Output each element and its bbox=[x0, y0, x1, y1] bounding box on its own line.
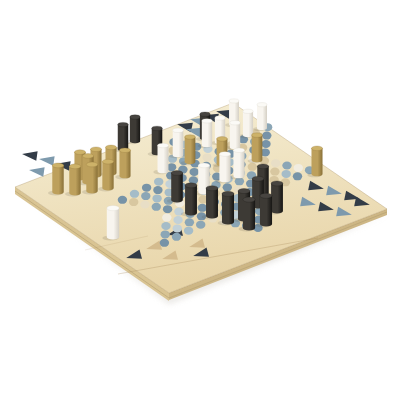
peg-body bbox=[219, 154, 230, 182]
peg-body bbox=[158, 145, 169, 173]
peg-body bbox=[130, 117, 140, 143]
board-hole bbox=[261, 140, 270, 148]
peg-top bbox=[219, 152, 230, 157]
board-hole bbox=[129, 198, 138, 206]
peg-top bbox=[257, 103, 267, 107]
peg-top bbox=[229, 99, 239, 103]
board-hole bbox=[172, 233, 181, 241]
board-hole bbox=[196, 221, 205, 229]
peg-top bbox=[118, 122, 128, 126]
board-hole bbox=[118, 196, 127, 204]
peg-top bbox=[252, 176, 264, 181]
peg-body bbox=[206, 188, 218, 218]
peg-top bbox=[152, 126, 163, 130]
board-hole bbox=[154, 178, 163, 186]
board-hole bbox=[223, 183, 232, 191]
chinese-checkers-board bbox=[0, 0, 400, 400]
peg-top bbox=[271, 181, 283, 186]
peg-body bbox=[185, 137, 196, 164]
peg-top bbox=[69, 164, 80, 169]
peg-top bbox=[82, 154, 93, 159]
peg-body bbox=[257, 105, 267, 130]
board-hole bbox=[161, 222, 170, 230]
peg-top bbox=[233, 148, 244, 153]
peg-top bbox=[257, 164, 268, 169]
peg-top bbox=[198, 163, 209, 168]
peg-top bbox=[252, 133, 263, 138]
board-hole bbox=[270, 168, 279, 176]
peg-body bbox=[86, 164, 97, 193]
board-hole bbox=[271, 159, 280, 167]
peg-body bbox=[202, 121, 212, 147]
peg-body bbox=[271, 183, 283, 213]
board-hole bbox=[294, 164, 303, 172]
triangle-decoration bbox=[38, 154, 54, 166]
peg-top bbox=[107, 205, 119, 210]
peg-body bbox=[243, 200, 255, 231]
board-hole bbox=[142, 184, 151, 192]
board-hole bbox=[282, 170, 291, 178]
peg-body bbox=[118, 125, 128, 152]
board-hole bbox=[141, 192, 150, 200]
peg-top bbox=[243, 109, 253, 113]
board-hole bbox=[161, 230, 170, 238]
peg-body bbox=[233, 150, 244, 178]
triangle-decoration bbox=[28, 165, 44, 177]
peg-top bbox=[260, 193, 272, 198]
peg-top bbox=[185, 135, 196, 140]
peg-top bbox=[215, 116, 225, 120]
peg-top bbox=[200, 112, 210, 116]
peg-body bbox=[119, 150, 130, 178]
peg-top bbox=[130, 115, 140, 119]
peg-body bbox=[243, 111, 253, 137]
triangle-decoration bbox=[21, 149, 37, 161]
peg-body bbox=[185, 185, 197, 215]
board-hole bbox=[262, 132, 271, 140]
board-hole bbox=[163, 205, 172, 213]
board-hole bbox=[152, 203, 161, 211]
board-hole bbox=[160, 239, 169, 247]
peg-body bbox=[311, 148, 322, 176]
peg-top bbox=[173, 128, 184, 132]
peg-top bbox=[206, 186, 218, 191]
peg-top bbox=[119, 148, 130, 153]
board-hole bbox=[293, 172, 302, 180]
peg-top bbox=[311, 146, 322, 151]
peg-top bbox=[52, 163, 63, 168]
board-hole bbox=[130, 190, 139, 198]
peg-top bbox=[243, 197, 255, 202]
board-hole bbox=[162, 214, 171, 222]
peg-top bbox=[222, 191, 234, 196]
peg-body bbox=[260, 196, 272, 227]
peg-top bbox=[171, 171, 183, 176]
peg-top bbox=[102, 159, 113, 164]
product-photo-scene bbox=[0, 0, 400, 400]
board-hole bbox=[140, 201, 149, 209]
peg-body bbox=[171, 173, 183, 202]
board-hole bbox=[153, 186, 162, 194]
peg-top bbox=[217, 137, 228, 142]
board-hole bbox=[282, 162, 291, 170]
board-hole bbox=[248, 163, 257, 171]
board-hole bbox=[185, 218, 194, 226]
peg-body bbox=[102, 162, 113, 191]
board-hole bbox=[198, 204, 207, 212]
peg-top bbox=[230, 121, 240, 125]
board-hole bbox=[152, 194, 161, 202]
board-hole bbox=[184, 227, 193, 235]
peg-body bbox=[230, 123, 240, 149]
peg-top bbox=[74, 150, 85, 155]
peg-body bbox=[107, 208, 119, 240]
board-hole bbox=[202, 153, 211, 161]
peg-body bbox=[52, 165, 63, 194]
peg-top bbox=[202, 119, 212, 123]
peg-body bbox=[173, 130, 184, 157]
peg-top bbox=[238, 189, 250, 194]
board-hole bbox=[173, 224, 182, 232]
peg-top bbox=[90, 147, 101, 152]
peg-top bbox=[105, 145, 116, 150]
peg-body bbox=[222, 194, 234, 225]
peg-top bbox=[86, 162, 97, 167]
peg-top bbox=[158, 143, 169, 148]
peg-top bbox=[185, 183, 197, 188]
peg-body bbox=[252, 135, 263, 162]
peg-body bbox=[69, 166, 80, 195]
board-hole bbox=[173, 216, 182, 224]
board-hole bbox=[190, 168, 199, 176]
